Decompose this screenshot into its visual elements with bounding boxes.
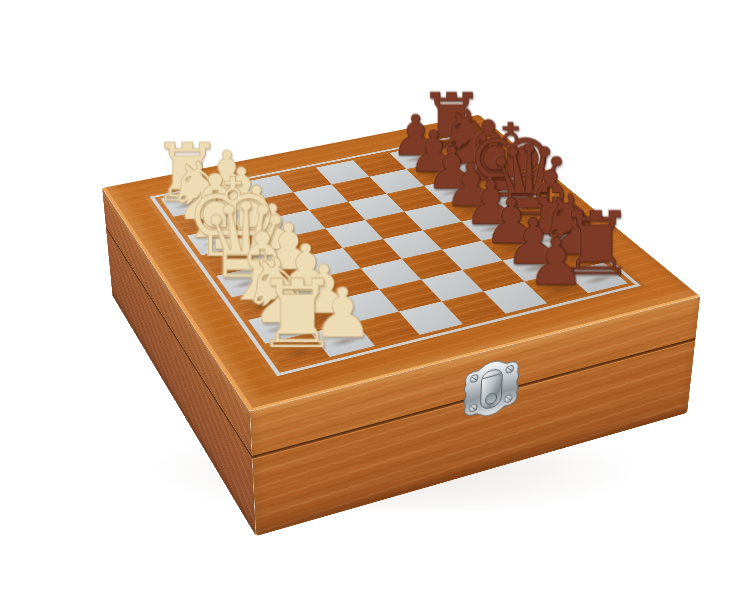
piece-contact-shadow [214,256,250,269]
piece-contact-shadow [325,334,364,349]
piece-contact-shadow [540,283,576,297]
clasp-latch-icon [460,351,521,425]
piece-contact-shadow [557,253,592,266]
piece-contact-shadow [280,345,319,360]
wooden-chess-box: ♜♟♞♟♝♟♚♟♛♟♝♟♟♞♜♟♟♜♞♟♟♝♟♚♟♛♟♝♟♞♟♜ [102,115,700,412]
piece-contact-shadow [518,262,554,275]
piece-contact-shadow [256,247,291,260]
piece-contact-shadow [262,321,300,336]
piece-contact-shadow [245,299,282,313]
piece-contact-shadow [580,273,616,286]
product-photo-scene: ♜♟♞♟♝♟♚♟♛♟♝♟♟♞♜♟♟♜♞♟♟♝♟♚♟♛♟♝♟♞♟♜ [0,0,756,600]
